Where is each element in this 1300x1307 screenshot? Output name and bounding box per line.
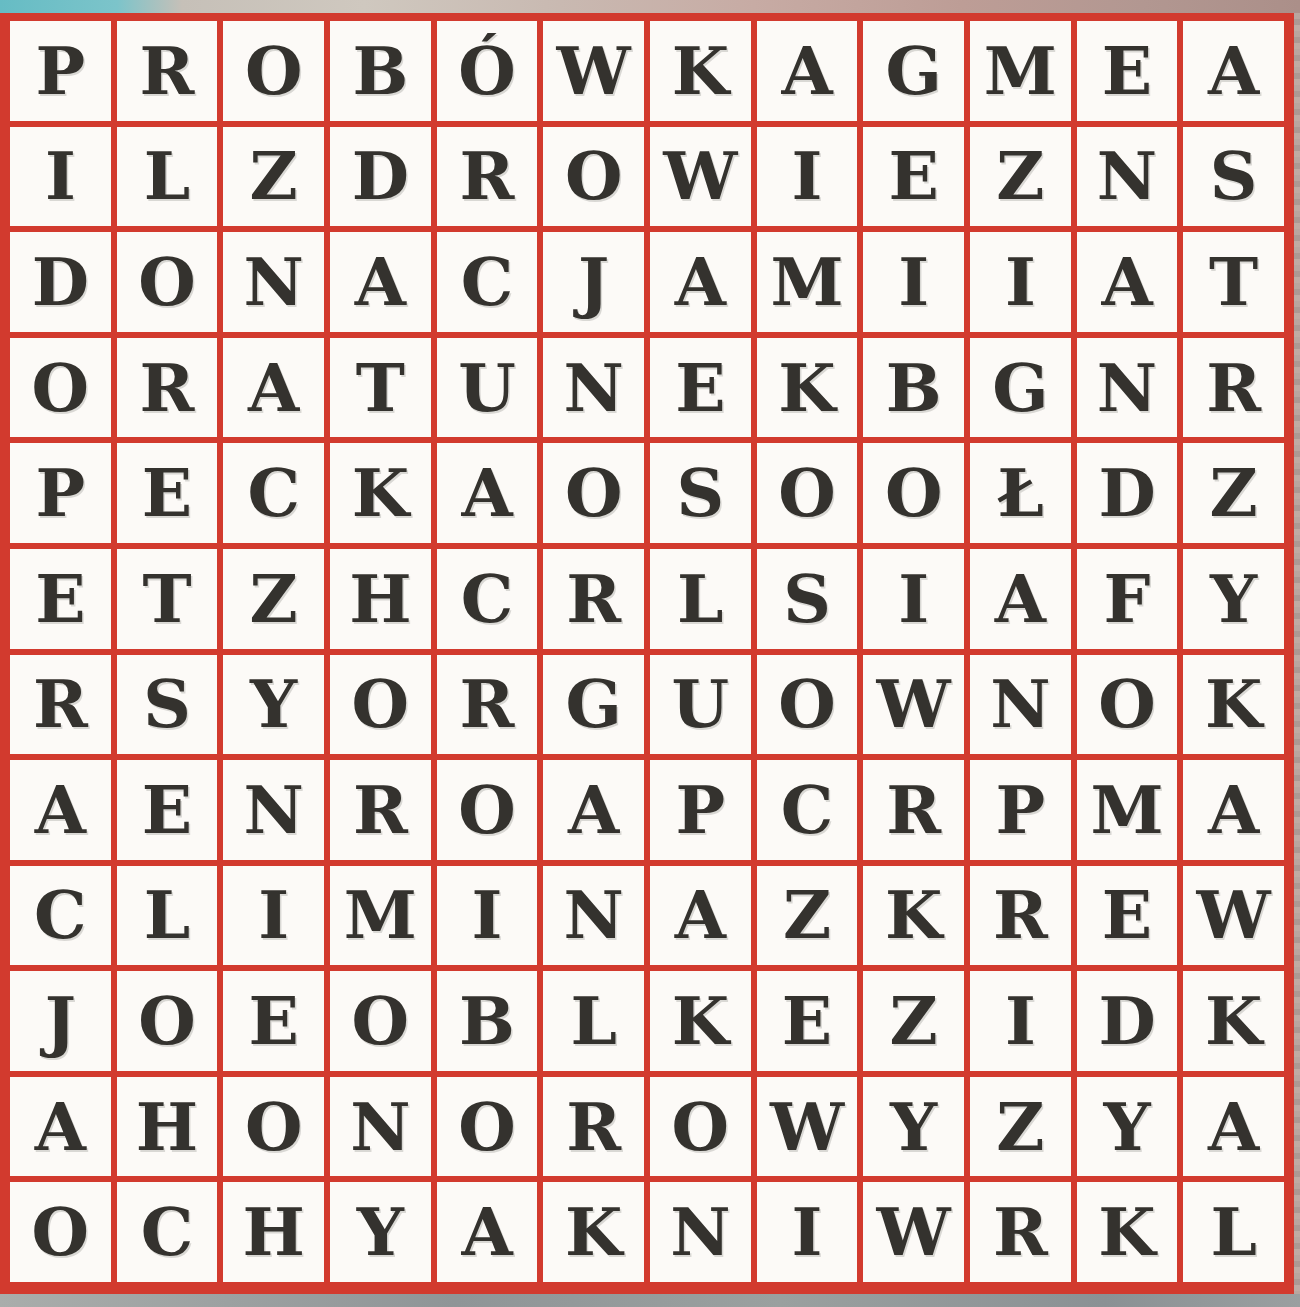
cell-letter: M [344, 882, 417, 948]
cell-letter: H [349, 566, 411, 632]
cell-letter: R [353, 777, 408, 843]
cell-letter: M [1090, 777, 1163, 843]
cell-letter: K [885, 882, 942, 948]
cell-letter: T [1209, 249, 1258, 315]
grid-cell[interactable]: Z [223, 127, 324, 227]
grid-cell[interactable]: I [757, 127, 858, 227]
grid-cell[interactable]: O [437, 760, 538, 860]
cell-letter: I [258, 882, 289, 948]
cell-letter: E [675, 355, 725, 421]
grid-cell[interactable]: O [437, 1077, 538, 1177]
cell-letter: R [33, 671, 88, 737]
cell-letter: E [1102, 38, 1152, 104]
cell-letter: R [460, 143, 515, 209]
cell-letter: W [1197, 882, 1271, 948]
grid-cell[interactable]: W [650, 127, 751, 227]
grid-cell[interactable]: K [543, 1182, 644, 1282]
grid-cell[interactable]: C [437, 549, 538, 649]
cell-letter: O [458, 1094, 516, 1160]
grid-cell[interactable]: I [970, 232, 1071, 332]
cell-letter: B [886, 355, 942, 421]
cell-letter: S [676, 460, 724, 526]
cell-letter: C [781, 777, 834, 843]
grid-cell[interactable]: E [863, 127, 964, 227]
cell-letter: R [566, 566, 621, 632]
cell-letter: K [1205, 988, 1262, 1054]
cell-letter: R [566, 1094, 621, 1160]
scan-edge-top [0, 0, 1300, 13]
grid-cell[interactable]: I [863, 232, 964, 332]
grid-cell[interactable]: R [437, 127, 538, 227]
grid-cell[interactable]: M [970, 21, 1071, 121]
grid-cell[interactable]: R [330, 760, 431, 860]
cell-letter: R [140, 38, 195, 104]
cell-letter: J [578, 249, 609, 315]
cell-letter: J [45, 988, 76, 1054]
cell-letter: Z [996, 143, 1044, 209]
grid-cell[interactable]: I [223, 866, 324, 966]
cell-letter: Ó [458, 38, 516, 104]
cell-letter: Y [250, 671, 297, 737]
grid-cell[interactable]: S [117, 655, 218, 755]
grid-cell[interactable]: O [757, 443, 858, 543]
grid-cell[interactable]: N [970, 655, 1071, 755]
grid-cell[interactable]: Z [757, 866, 858, 966]
cell-letter: N [990, 671, 1050, 737]
cell-letter: I [898, 566, 929, 632]
grid-cell[interactable]: P [10, 443, 111, 543]
grid-cell[interactable]: Z [1183, 443, 1284, 543]
grid-cell[interactable]: M [1077, 760, 1178, 860]
grid-cell[interactable]: E [117, 760, 218, 860]
grid-cell[interactable]: L [117, 866, 218, 966]
cell-letter: A [1208, 38, 1259, 104]
grid-cell[interactable]: J [543, 232, 644, 332]
word-search-page: PROBÓWKAGMEAILZDROWIEZNSDONACJAMIIATORAT… [0, 0, 1300, 1307]
cell-letter: A [675, 249, 726, 315]
cell-letter: A [995, 566, 1046, 632]
grid-cell[interactable]: L [543, 971, 644, 1071]
grid-cell[interactable]: E [10, 549, 111, 649]
grid-cell[interactable]: M [330, 866, 431, 966]
cell-letter: O [565, 460, 623, 526]
grid-cell[interactable]: A [437, 443, 538, 543]
grid-cell[interactable]: O [223, 21, 324, 121]
grid-cell[interactable]: E [757, 971, 858, 1071]
cell-letter: K [1098, 1199, 1155, 1265]
cell-letter: K [1205, 671, 1262, 737]
cell-letter: I [1005, 249, 1036, 315]
grid-cell[interactable]: A [437, 1182, 538, 1282]
cell-letter: Z [250, 143, 298, 209]
grid-cell[interactable]: J [10, 971, 111, 1071]
cell-letter: K [352, 460, 409, 526]
grid-cell[interactable]: E [117, 443, 218, 543]
cell-letter: A [781, 38, 832, 104]
grid-cell[interactable]: A [10, 1077, 111, 1177]
grid-cell[interactable]: Z [863, 971, 964, 1071]
cell-letter: W [663, 143, 737, 209]
grid-cell[interactable]: D [1077, 443, 1178, 543]
cell-letter: O [565, 143, 623, 209]
cell-letter: O [32, 355, 90, 421]
cell-letter: O [352, 988, 410, 1054]
cell-letter: W [877, 1199, 951, 1265]
grid-cell[interactable]: R [970, 1182, 1071, 1282]
grid-cell[interactable]: Y [223, 655, 324, 755]
cell-letter: A [248, 355, 299, 421]
cell-letter: P [36, 38, 86, 104]
cell-letter: R [460, 671, 515, 737]
grid-cell[interactable]: A [1183, 21, 1284, 121]
cell-letter: O [672, 1094, 730, 1160]
cell-letter: O [458, 777, 516, 843]
grid-cell[interactable]: O [10, 338, 111, 438]
grid-cell[interactable]: Y [330, 1182, 431, 1282]
cell-letter: Z [996, 1094, 1044, 1160]
grid-cell[interactable]: K [650, 21, 751, 121]
cell-letter: A [1208, 777, 1259, 843]
grid-cell[interactable]: R [543, 1077, 644, 1177]
cell-letter: K [672, 988, 729, 1054]
grid-cell[interactable]: R [863, 760, 964, 860]
grid-cell[interactable]: O [757, 655, 858, 755]
grid-cell[interactable]: G [970, 338, 1071, 438]
grid-cell[interactable]: E [1077, 866, 1178, 966]
cell-letter: U [458, 355, 516, 421]
cell-letter: W [770, 1094, 844, 1160]
cell-letter: P [36, 460, 86, 526]
grid-cell[interactable]: R [10, 655, 111, 755]
grid-cell[interactable]: N [223, 760, 324, 860]
cell-letter: S [143, 671, 191, 737]
cell-letter: L [1210, 1199, 1256, 1265]
grid-cell[interactable]: C [10, 866, 111, 966]
cell-letter: Z [250, 566, 298, 632]
grid-cell[interactable]: Ó [437, 21, 538, 121]
cell-letter: D [32, 249, 89, 315]
cell-letter: E [889, 143, 939, 209]
cell-letter: C [461, 566, 514, 632]
cell-letter: I [1005, 988, 1036, 1054]
grid-cell[interactable]: A [970, 549, 1071, 649]
grid-cell[interactable]: O [543, 127, 644, 227]
grid-cell[interactable]: P [970, 760, 1071, 860]
cell-letter: T [356, 355, 405, 421]
grid-cell[interactable]: I [970, 971, 1071, 1071]
grid-cell[interactable]: Z [970, 127, 1071, 227]
cell-letter: Y [357, 1199, 404, 1265]
grid-cell[interactable]: K [1183, 971, 1284, 1071]
grid-cell[interactable]: D [10, 232, 111, 332]
scan-edge-bottom [0, 1294, 1300, 1307]
grid-cell[interactable]: B [330, 21, 431, 121]
cell-letter: Z [890, 988, 938, 1054]
grid-cell[interactable]: H [330, 549, 431, 649]
grid-cell[interactable]: W [757, 1077, 858, 1177]
grid-cell[interactable]: A [10, 760, 111, 860]
grid-cell[interactable]: D [330, 127, 431, 227]
grid-cell[interactable]: G [543, 655, 644, 755]
cell-letter: U [672, 671, 730, 737]
grid-cell[interactable]: I [437, 866, 538, 966]
cell-letter: T [142, 566, 191, 632]
cell-letter: D [1098, 988, 1155, 1054]
grid-cell[interactable]: T [330, 338, 431, 438]
grid-cell[interactable]: C [117, 1182, 218, 1282]
grid-cell[interactable]: W [543, 21, 644, 121]
cell-letter: Y [890, 1094, 937, 1160]
letter-grid: PROBÓWKAGMEAILZDROWIEZNSDONACJAMIIATORAT… [10, 21, 1284, 1282]
cell-letter: S [1210, 143, 1258, 209]
cell-letter: D [1098, 460, 1155, 526]
cell-letter: M [770, 249, 843, 315]
grid-cell[interactable]: K [757, 338, 858, 438]
grid-cell[interactable]: G [863, 21, 964, 121]
grid-cell[interactable]: N [650, 1182, 751, 1282]
grid-cell[interactable]: U [650, 655, 751, 755]
cell-letter: P [996, 777, 1046, 843]
grid-cell[interactable]: L [650, 549, 751, 649]
cell-letter: L [677, 566, 723, 632]
cell-letter: W [557, 38, 631, 104]
cell-letter: Z [1210, 460, 1258, 526]
grid-cell[interactable]: R [437, 655, 538, 755]
cell-letter: M [984, 38, 1057, 104]
grid-cell[interactable]: B [863, 338, 964, 438]
grid-cell[interactable]: R [117, 338, 218, 438]
grid-cell[interactable]: M [757, 232, 858, 332]
cell-letter: K [778, 355, 835, 421]
grid-cell[interactable]: R [543, 549, 644, 649]
cell-letter: W [877, 671, 951, 737]
grid-cell[interactable]: O [330, 971, 431, 1071]
cell-letter: B [352, 38, 408, 104]
grid-cell[interactable]: O [543, 443, 644, 543]
cell-letter: O [352, 671, 410, 737]
grid-cell[interactable]: T [117, 549, 218, 649]
cell-letter: E [249, 988, 299, 1054]
cell-letter: S [783, 566, 831, 632]
grid-cell[interactable]: A [223, 338, 324, 438]
grid-cell[interactable]: A [1183, 1077, 1284, 1177]
cell-letter: Y [1103, 1094, 1150, 1160]
grid-cell[interactable]: L [117, 127, 218, 227]
grid-cell[interactable]: I [10, 127, 111, 227]
grid-cell[interactable]: Ł [970, 443, 1071, 543]
cell-letter: E [142, 460, 192, 526]
grid-cell[interactable]: Z [223, 549, 324, 649]
cell-letter: K [565, 1199, 622, 1265]
cell-letter: B [459, 988, 515, 1054]
cell-letter: C [247, 460, 300, 526]
grid-cell[interactable]: O [10, 1182, 111, 1282]
grid-cell[interactable]: W [863, 1182, 964, 1282]
cell-letter: L [144, 143, 190, 209]
cell-letter: N [350, 1094, 410, 1160]
cell-letter: A [35, 777, 86, 843]
cell-letter: Ł [997, 460, 1044, 526]
grid-cell[interactable]: Z [970, 1077, 1071, 1177]
cell-letter: A [461, 460, 512, 526]
grid-cell[interactable]: O [330, 655, 431, 755]
cell-letter: C [461, 249, 514, 315]
grid-cell[interactable]: A [543, 760, 644, 860]
cell-letter: A [461, 1199, 512, 1265]
grid-cell[interactable]: K [1077, 1182, 1178, 1282]
cell-letter: R [140, 355, 195, 421]
cell-letter: K [672, 38, 729, 104]
grid-cell[interactable]: R [117, 21, 218, 121]
cell-letter: C [34, 882, 87, 948]
grid-cell[interactable]: K [650, 971, 751, 1071]
grid-cell[interactable]: K [330, 443, 431, 543]
grid-cell[interactable]: O [650, 1077, 751, 1177]
cell-letter: E [35, 566, 85, 632]
cell-letter: N [243, 777, 303, 843]
cell-letter: O [138, 988, 196, 1054]
cell-letter: O [885, 460, 943, 526]
grid-cell[interactable]: A [757, 21, 858, 121]
cell-letter: A [568, 777, 619, 843]
grid-cell[interactable]: R [970, 866, 1071, 966]
cell-letter: H [242, 1199, 304, 1265]
grid-cell[interactable]: O [117, 232, 218, 332]
grid-cell[interactable]: S [1183, 127, 1284, 227]
cell-letter: N [1097, 143, 1157, 209]
grid-cell[interactable]: B [437, 971, 538, 1071]
grid-cell[interactable]: C [757, 760, 858, 860]
cell-letter: A [355, 249, 406, 315]
grid-cell[interactable]: N [543, 338, 644, 438]
cell-letter: I [898, 249, 929, 315]
grid-cell[interactable]: N [1077, 338, 1178, 438]
grid-cell[interactable]: A [1077, 232, 1178, 332]
grid-cell[interactable]: O [1077, 655, 1178, 755]
grid-cell[interactable]: O [863, 443, 964, 543]
grid-cell[interactable]: U [437, 338, 538, 438]
cell-letter: E [1102, 882, 1152, 948]
grid-cell[interactable]: W [863, 655, 964, 755]
grid-cell[interactable]: N [223, 232, 324, 332]
cell-letter: O [1098, 671, 1156, 737]
cell-letter: N [670, 1199, 730, 1265]
cell-letter: N [563, 882, 623, 948]
cell-letter: R [993, 1199, 1048, 1265]
grid-cell[interactable]: P [10, 21, 111, 121]
grid-cell[interactable]: S [650, 443, 751, 543]
cell-letter: N [1097, 355, 1157, 421]
grid-cell[interactable]: Y [863, 1077, 964, 1177]
scan-edge-right [1294, 13, 1300, 1294]
grid-cell[interactable]: K [863, 866, 964, 966]
grid-cell[interactable]: A [650, 866, 751, 966]
grid-cell[interactable]: F [1077, 549, 1178, 649]
cell-letter: F [1104, 566, 1151, 632]
cell-letter: L [144, 882, 190, 948]
grid-cell[interactable]: W [1183, 866, 1284, 966]
cell-letter: R [886, 777, 941, 843]
cell-letter: O [778, 671, 836, 737]
grid-cell[interactable]: Y [1183, 549, 1284, 649]
grid-cell[interactable]: R [1183, 338, 1284, 438]
grid-cell[interactable]: A [330, 232, 431, 332]
cell-letter: I [792, 143, 823, 209]
cell-letter: O [778, 460, 836, 526]
grid-cell[interactable]: I [863, 549, 964, 649]
cell-letter: Z [783, 882, 831, 948]
grid-cell[interactable]: L [1183, 1182, 1284, 1282]
grid-cell[interactable]: I [757, 1182, 858, 1282]
grid-cell[interactable]: D [1077, 971, 1178, 1071]
grid-cell[interactable]: E [650, 338, 751, 438]
cell-letter: A [1101, 249, 1152, 315]
grid-cell[interactable]: H [223, 1182, 324, 1282]
grid-cell[interactable]: N [330, 1077, 431, 1177]
cell-letter: N [243, 249, 303, 315]
cell-letter: O [32, 1199, 90, 1265]
grid-cell[interactable]: O [117, 971, 218, 1071]
grid-cell[interactable]: C [223, 443, 324, 543]
cell-letter: R [1206, 355, 1261, 421]
cell-letter: I [45, 143, 76, 209]
cell-letter: Y [1210, 566, 1257, 632]
grid-cell[interactable]: S [757, 549, 858, 649]
cell-letter: H [136, 1094, 198, 1160]
cell-letter: G [992, 355, 1048, 421]
grid-cell[interactable]: P [650, 760, 751, 860]
cell-letter: G [565, 671, 621, 737]
grid-cell[interactable]: N [1077, 127, 1178, 227]
cell-letter: N [563, 355, 623, 421]
grid-cell[interactable]: T [1183, 232, 1284, 332]
cell-letter: A [35, 1094, 86, 1160]
cell-letter: O [245, 1094, 303, 1160]
grid-cell[interactable]: Y [1077, 1077, 1178, 1177]
word-search-board: PROBÓWKAGMEAILZDROWIEZNSDONACJAMIIATORAT… [0, 13, 1300, 1294]
cell-letter: L [570, 988, 616, 1054]
grid-cell[interactable]: H [117, 1077, 218, 1177]
cell-letter: I [472, 882, 503, 948]
cell-letter: C [141, 1199, 194, 1265]
cell-letter: O [138, 249, 196, 315]
cell-letter: P [676, 777, 726, 843]
grid-cell[interactable]: A [1183, 760, 1284, 860]
cell-letter: G [885, 38, 941, 104]
cell-letter: A [675, 882, 726, 948]
grid-cell[interactable]: K [1183, 655, 1284, 755]
grid-cell[interactable]: N [543, 866, 644, 966]
cell-letter: E [142, 777, 192, 843]
grid-cell[interactable]: A [650, 232, 751, 332]
cell-letter: I [792, 1199, 823, 1265]
grid-cell[interactable]: E [223, 971, 324, 1071]
cell-letter: O [245, 38, 303, 104]
grid-cell[interactable]: C [437, 232, 538, 332]
cell-letter: D [352, 143, 409, 209]
cell-letter: R [993, 882, 1048, 948]
cell-letter: E [782, 988, 832, 1054]
grid-cell[interactable]: O [223, 1077, 324, 1177]
cell-letter: A [1208, 1094, 1259, 1160]
grid-cell[interactable]: E [1077, 21, 1178, 121]
